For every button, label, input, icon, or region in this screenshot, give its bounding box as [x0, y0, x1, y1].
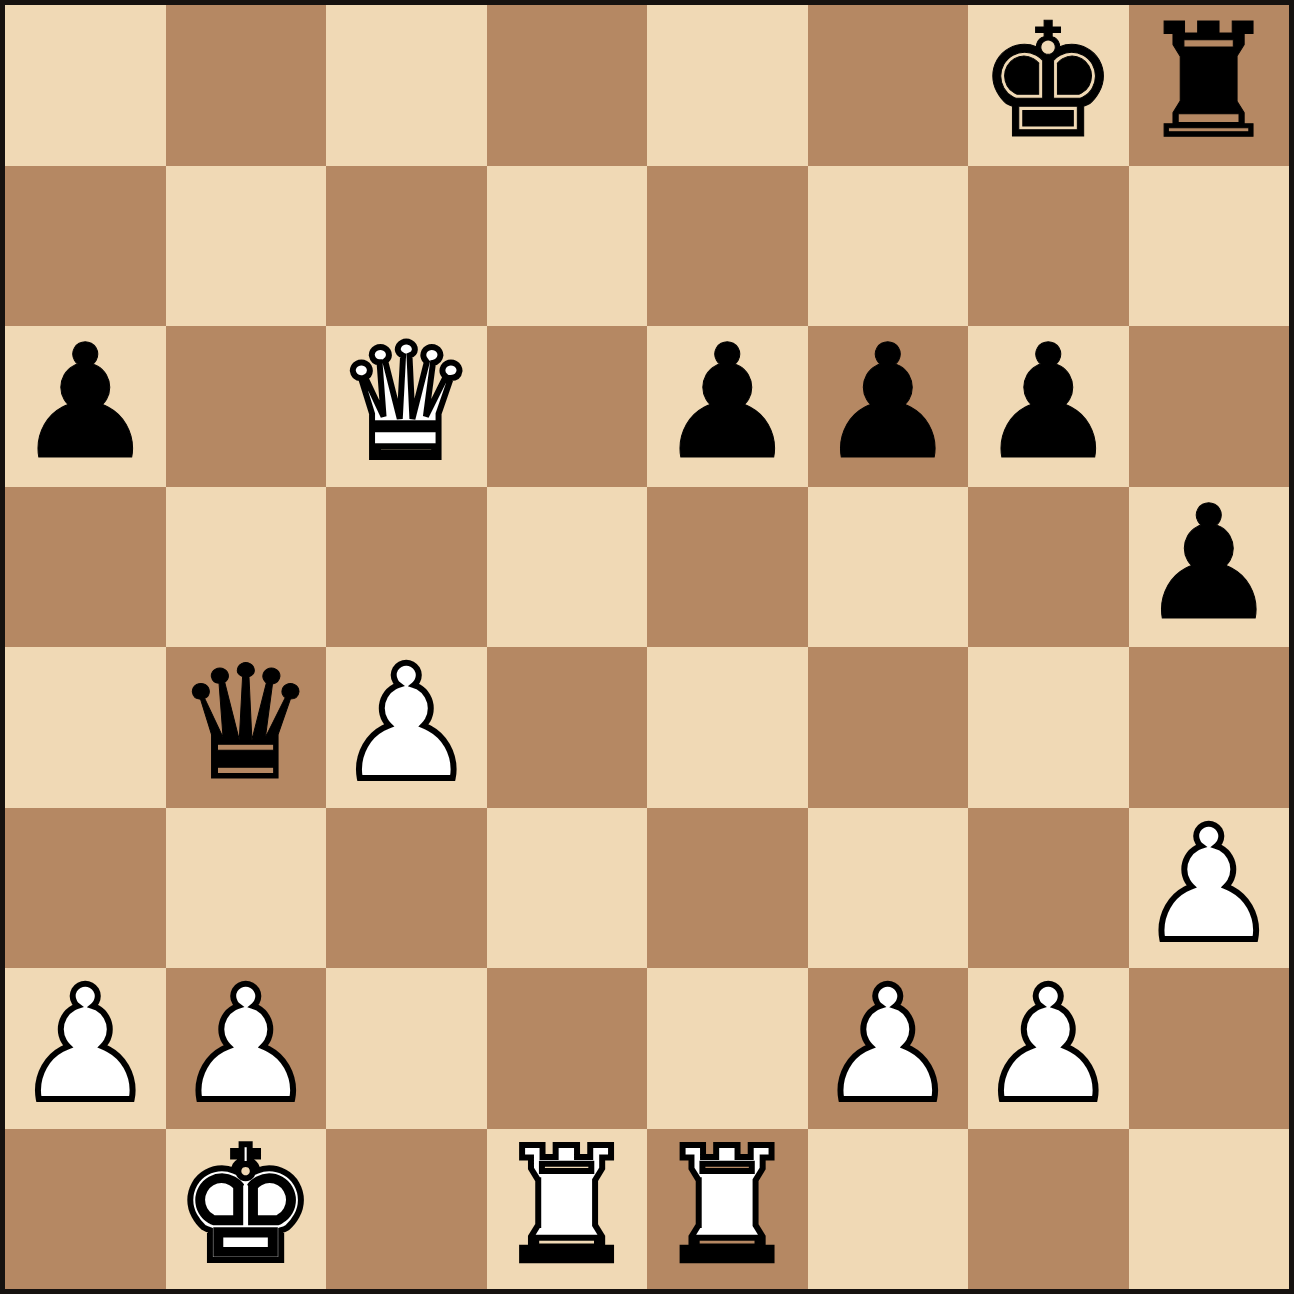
square-f7[interactable]: [808, 166, 969, 327]
square-e8[interactable]: [647, 5, 808, 166]
square-b4[interactable]: ♛: [166, 647, 327, 808]
square-c1[interactable]: [326, 1129, 487, 1290]
square-a4[interactable]: [5, 647, 166, 808]
square-c8[interactable]: [326, 5, 487, 166]
white-king[interactable]: ♚: [175, 1126, 317, 1284]
white-queen[interactable]: ♛: [335, 323, 477, 481]
square-d2[interactable]: [487, 968, 648, 1129]
square-c7[interactable]: [326, 166, 487, 327]
square-a3[interactable]: [5, 808, 166, 969]
square-g3[interactable]: [968, 808, 1129, 969]
square-e4[interactable]: [647, 647, 808, 808]
square-h3[interactable]: ♟: [1129, 808, 1290, 969]
white-rook[interactable]: ♜: [496, 1126, 638, 1284]
square-h8[interactable]: ♜: [1129, 5, 1290, 166]
black-queen[interactable]: ♛: [175, 644, 317, 802]
square-c4[interactable]: ♟: [326, 647, 487, 808]
white-pawn[interactable]: ♟: [977, 965, 1119, 1123]
square-b2[interactable]: ♟: [166, 968, 327, 1129]
square-d3[interactable]: [487, 808, 648, 969]
square-a6[interactable]: ♟: [5, 326, 166, 487]
square-f4[interactable]: [808, 647, 969, 808]
square-g5[interactable]: [968, 487, 1129, 648]
square-f6[interactable]: ♟: [808, 326, 969, 487]
square-h5[interactable]: ♟: [1129, 487, 1290, 648]
square-b7[interactable]: [166, 166, 327, 327]
square-d1[interactable]: ♜: [487, 1129, 648, 1290]
square-d6[interactable]: [487, 326, 648, 487]
square-a7[interactable]: [5, 166, 166, 327]
square-d8[interactable]: [487, 5, 648, 166]
square-d7[interactable]: [487, 166, 648, 327]
square-b1[interactable]: ♚: [166, 1129, 327, 1290]
square-a5[interactable]: [5, 487, 166, 648]
square-g2[interactable]: ♟: [968, 968, 1129, 1129]
square-g6[interactable]: ♟: [968, 326, 1129, 487]
chess-board: ♚♜♟♛♟♟♟♟♛♟♟♟♟♟♟♚♜♜: [5, 5, 1289, 1289]
square-e1[interactable]: ♜: [647, 1129, 808, 1290]
square-c2[interactable]: [326, 968, 487, 1129]
square-f5[interactable]: [808, 487, 969, 648]
square-c3[interactable]: [326, 808, 487, 969]
square-g8[interactable]: ♚: [968, 5, 1129, 166]
square-h1[interactable]: [1129, 1129, 1290, 1290]
black-rook[interactable]: ♜: [1138, 2, 1280, 160]
square-b5[interactable]: [166, 487, 327, 648]
square-e2[interactable]: [647, 968, 808, 1129]
square-h2[interactable]: [1129, 968, 1290, 1129]
square-b3[interactable]: [166, 808, 327, 969]
square-e6[interactable]: ♟: [647, 326, 808, 487]
square-e3[interactable]: [647, 808, 808, 969]
square-e7[interactable]: [647, 166, 808, 327]
black-pawn[interactable]: ♟: [977, 323, 1119, 481]
white-pawn[interactable]: ♟: [175, 965, 317, 1123]
square-h6[interactable]: [1129, 326, 1290, 487]
square-c6[interactable]: ♛: [326, 326, 487, 487]
square-f3[interactable]: [808, 808, 969, 969]
square-b8[interactable]: [166, 5, 327, 166]
square-g4[interactable]: [968, 647, 1129, 808]
square-a1[interactable]: [5, 1129, 166, 1290]
white-rook[interactable]: ♜: [656, 1126, 798, 1284]
square-a2[interactable]: ♟: [5, 968, 166, 1129]
square-e5[interactable]: [647, 487, 808, 648]
square-f8[interactable]: [808, 5, 969, 166]
square-a8[interactable]: [5, 5, 166, 166]
square-h4[interactable]: [1129, 647, 1290, 808]
white-pawn[interactable]: ♟: [1138, 805, 1280, 963]
black-pawn[interactable]: ♟: [656, 323, 798, 481]
square-g1[interactable]: [968, 1129, 1129, 1290]
square-c5[interactable]: [326, 487, 487, 648]
square-g7[interactable]: [968, 166, 1129, 327]
square-d5[interactable]: [487, 487, 648, 648]
black-pawn[interactable]: ♟: [1138, 484, 1280, 642]
square-f2[interactable]: ♟: [808, 968, 969, 1129]
white-pawn[interactable]: ♟: [817, 965, 959, 1123]
chess-board-frame: ♚♜♟♛♟♟♟♟♛♟♟♟♟♟♟♚♜♜: [0, 0, 1294, 1294]
square-b6[interactable]: [166, 326, 327, 487]
white-pawn[interactable]: ♟: [14, 965, 156, 1123]
square-h7[interactable]: [1129, 166, 1290, 327]
black-king[interactable]: ♚: [977, 2, 1119, 160]
square-d4[interactable]: [487, 647, 648, 808]
square-f1[interactable]: [808, 1129, 969, 1290]
white-pawn[interactable]: ♟: [335, 644, 477, 802]
black-pawn[interactable]: ♟: [14, 323, 156, 481]
black-pawn[interactable]: ♟: [817, 323, 959, 481]
